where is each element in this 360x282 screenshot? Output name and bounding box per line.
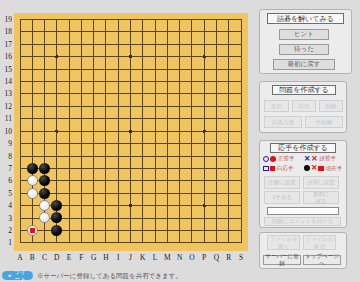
board-cell-H16[interactable]: [100, 50, 112, 62]
board-cell-I3[interactable]: [112, 212, 124, 224]
board-cell-S5[interactable]: [235, 187, 247, 199]
board-cell-B14[interactable]: [26, 75, 38, 87]
board-cell-N1[interactable]: [173, 237, 185, 249]
board-cell-H4[interactable]: [100, 199, 112, 211]
board-cell-M14[interactable]: [161, 75, 173, 87]
board-cell-H9[interactable]: [100, 137, 112, 149]
board-cell-J2[interactable]: [124, 224, 136, 236]
clear-all-button[interactable]: 全削除: [305, 116, 343, 128]
board-cell-A10[interactable]: [14, 125, 26, 137]
board-cell-C15[interactable]: [38, 63, 50, 75]
board-cell-N18[interactable]: [173, 26, 185, 38]
board-cell-J10[interactable]: [124, 125, 136, 137]
board-cell-D19[interactable]: [51, 13, 63, 25]
board-cell-N16[interactable]: [173, 50, 185, 62]
board-cell-O3[interactable]: [186, 212, 198, 224]
board-cell-P12[interactable]: [198, 100, 210, 112]
board-cell-M4[interactable]: [161, 199, 173, 211]
board-cell-A6[interactable]: [14, 174, 26, 186]
board-cell-G8[interactable]: [88, 150, 100, 162]
board-cell-G10[interactable]: [88, 125, 100, 137]
board-cell-S1[interactable]: [235, 237, 247, 249]
board-cell-O15[interactable]: [186, 63, 198, 75]
board-cell-C11[interactable]: [38, 112, 50, 124]
board-cell-I2[interactable]: [112, 224, 124, 236]
board-cell-F1[interactable]: [75, 237, 87, 249]
board-cell-I18[interactable]: [112, 26, 124, 38]
board-cell-S16[interactable]: [235, 50, 247, 62]
board-cell-E7[interactable]: [63, 162, 75, 174]
white-stone[interactable]: [27, 225, 38, 236]
board-cell-O4[interactable]: [186, 199, 198, 211]
board-cell-K17[interactable]: [137, 38, 149, 50]
board-cell-S11[interactable]: [235, 112, 247, 124]
board-cell-K13[interactable]: [137, 88, 149, 100]
board-cell-L18[interactable]: [149, 26, 161, 38]
board-cell-L7[interactable]: [149, 162, 161, 174]
board-cell-K16[interactable]: [137, 50, 149, 62]
board-cell-C6[interactable]: [38, 174, 50, 186]
board-cell-G2[interactable]: [88, 224, 100, 236]
board-cell-C7[interactable]: [38, 162, 50, 174]
board-cell-G17[interactable]: [88, 38, 100, 50]
response-section-title[interactable]: 応手を作成する: [270, 143, 336, 153]
board-cell-M18[interactable]: [161, 26, 173, 38]
board-cell-N14[interactable]: [173, 75, 185, 87]
white-stone[interactable]: [27, 175, 38, 186]
board-cell-C10[interactable]: [38, 125, 50, 137]
board-cell-E15[interactable]: [63, 63, 75, 75]
board-cell-R6[interactable]: [222, 174, 234, 186]
board-cell-D13[interactable]: [51, 88, 63, 100]
board-cell-L10[interactable]: [149, 125, 161, 137]
board-cell-N9[interactable]: [173, 137, 185, 149]
board-cell-E8[interactable]: [63, 150, 75, 162]
board-cell-O19[interactable]: [186, 13, 198, 25]
place-black-stone-button[interactable]: 黒石: [264, 100, 289, 112]
board-cell-B11[interactable]: [26, 112, 38, 124]
board-cell-K18[interactable]: [137, 26, 149, 38]
board-cell-J3[interactable]: [124, 212, 136, 224]
board-cell-H3[interactable]: [100, 212, 112, 224]
board-cell-E19[interactable]: [63, 13, 75, 25]
board-cell-L9[interactable]: [149, 137, 161, 149]
board-cell-F10[interactable]: [75, 125, 87, 137]
board-cell-J8[interactable]: [124, 150, 136, 162]
hint-button[interactable]: ヒント: [279, 29, 329, 40]
board-cell-S6[interactable]: [235, 174, 247, 186]
create-section-title[interactable]: 問題を作成する: [272, 85, 336, 95]
board-cell-I4[interactable]: [112, 199, 124, 211]
board-cell-D17[interactable]: [51, 38, 63, 50]
board-cell-P18[interactable]: [198, 26, 210, 38]
board-cell-N11[interactable]: [173, 112, 185, 124]
board-cell-H18[interactable]: [100, 26, 112, 38]
board-cell-K11[interactable]: [137, 112, 149, 124]
board-cell-B3[interactable]: [26, 212, 38, 224]
board-cell-R19[interactable]: [222, 13, 234, 25]
board-cell-Q17[interactable]: [210, 38, 222, 50]
board-cell-H19[interactable]: [100, 13, 112, 25]
board-cell-A3[interactable]: [14, 212, 26, 224]
board-cell-S13[interactable]: [235, 88, 247, 100]
board-cell-H2[interactable]: [100, 224, 112, 236]
board-cell-F6[interactable]: [75, 174, 87, 186]
board-cell-N15[interactable]: [173, 63, 185, 75]
tweet-button[interactable]: ツイート: [2, 271, 33, 280]
board-cell-E6[interactable]: [63, 174, 75, 186]
board-cell-G16[interactable]: [88, 50, 100, 62]
board-cell-C2[interactable]: [38, 224, 50, 236]
board-cell-N5[interactable]: [173, 187, 185, 199]
board-cell-S9[interactable]: [235, 137, 247, 149]
board-cell-Q8[interactable]: [210, 150, 222, 162]
board-cell-D2[interactable]: [51, 224, 63, 236]
board-cell-I10[interactable]: [112, 125, 124, 137]
board-cell-E1[interactable]: [63, 237, 75, 249]
board-cell-R15[interactable]: [222, 63, 234, 75]
board-cell-C3[interactable]: [38, 212, 50, 224]
board-cell-G14[interactable]: [88, 75, 100, 87]
board-cell-P17[interactable]: [198, 38, 210, 50]
board-cell-C17[interactable]: [38, 38, 50, 50]
board-cell-L19[interactable]: [149, 13, 161, 25]
board-cell-G15[interactable]: [88, 63, 100, 75]
board-cell-O2[interactable]: [186, 224, 198, 236]
board-cell-S10[interactable]: [235, 125, 247, 137]
board-cell-D5[interactable]: [51, 187, 63, 199]
board-cell-H1[interactable]: [100, 237, 112, 249]
board-cell-A19[interactable]: [14, 13, 26, 25]
back-to-start-button[interactable]: 最初に 戻る: [303, 191, 339, 204]
board-cell-M11[interactable]: [161, 112, 173, 124]
board-cell-B19[interactable]: [26, 13, 38, 25]
board-cell-G6[interactable]: [88, 174, 100, 186]
board-cell-R17[interactable]: [222, 38, 234, 50]
board-cell-R13[interactable]: [222, 88, 234, 100]
comment-input[interactable]: [267, 207, 339, 215]
board-cell-A11[interactable]: [14, 112, 26, 124]
board-cell-G13[interactable]: [88, 88, 100, 100]
board-cell-A16[interactable]: [14, 50, 26, 62]
back-one-move-button[interactable]: 1手戻る: [264, 191, 300, 204]
board-cell-S8[interactable]: [235, 150, 247, 162]
board-cell-Q18[interactable]: [210, 26, 222, 38]
board-cell-R1[interactable]: [222, 237, 234, 249]
board-cell-N7[interactable]: [173, 162, 185, 174]
board-cell-A7[interactable]: [14, 162, 26, 174]
board-cell-A2[interactable]: [14, 224, 26, 236]
board-cell-O8[interactable]: [186, 150, 198, 162]
board-cell-K12[interactable]: [137, 100, 149, 112]
board-cell-S17[interactable]: [235, 38, 247, 50]
board-cell-Q10[interactable]: [210, 125, 222, 137]
board-cell-G3[interactable]: [88, 212, 100, 224]
board-cell-H11[interactable]: [100, 112, 112, 124]
board-cell-J19[interactable]: [124, 13, 136, 25]
board-cell-Q7[interactable]: [210, 162, 222, 174]
board-cell-R14[interactable]: [222, 75, 234, 87]
board-cell-D7[interactable]: [51, 162, 63, 174]
board-cell-L13[interactable]: [149, 88, 161, 100]
board-cell-M16[interactable]: [161, 50, 173, 62]
board-cell-N2[interactable]: [173, 224, 185, 236]
board-cell-L15[interactable]: [149, 63, 161, 75]
board-cell-D14[interactable]: [51, 75, 63, 87]
board-cell-B1[interactable]: [26, 237, 38, 249]
board-cell-K10[interactable]: [137, 125, 149, 137]
board-cell-N6[interactable]: [173, 174, 185, 186]
board-cell-P4[interactable]: [198, 199, 210, 211]
board-cell-K2[interactable]: [137, 224, 149, 236]
board-cell-P5[interactable]: [198, 187, 210, 199]
board-cell-R11[interactable]: [222, 112, 234, 124]
board-cell-P16[interactable]: [198, 50, 210, 62]
board-cell-H12[interactable]: [100, 100, 112, 112]
board-cell-S18[interactable]: [235, 26, 247, 38]
board-cell-Q11[interactable]: [210, 112, 222, 124]
board-cell-O1[interactable]: [186, 237, 198, 249]
board-cell-D4[interactable]: [51, 199, 63, 211]
board-cell-L17[interactable]: [149, 38, 161, 50]
board-cell-S4[interactable]: [235, 199, 247, 211]
board-cell-N4[interactable]: [173, 199, 185, 211]
board-cell-K9[interactable]: [137, 137, 149, 149]
board-cell-F17[interactable]: [75, 38, 87, 50]
board-cell-P7[interactable]: [198, 162, 210, 174]
board-cell-J7[interactable]: [124, 162, 136, 174]
board-cell-N3[interactable]: [173, 212, 185, 224]
board-cell-A15[interactable]: [14, 63, 26, 75]
board-cell-F2[interactable]: [75, 224, 87, 236]
board-cell-B7[interactable]: [26, 162, 38, 174]
board-cell-B16[interactable]: [26, 50, 38, 62]
board-cell-E16[interactable]: [63, 50, 75, 62]
board-cell-J4[interactable]: [124, 199, 136, 211]
board-cell-O7[interactable]: [186, 162, 198, 174]
board-cell-H7[interactable]: [100, 162, 112, 174]
board-cell-M7[interactable]: [161, 162, 173, 174]
board-cell-Q16[interactable]: [210, 50, 222, 62]
board-cell-F14[interactable]: [75, 75, 87, 87]
board-cell-I12[interactable]: [112, 100, 124, 112]
board-cell-P9[interactable]: [198, 137, 210, 149]
board-cell-R5[interactable]: [222, 187, 234, 199]
board-cell-F15[interactable]: [75, 63, 87, 75]
board-cell-S19[interactable]: [235, 13, 247, 25]
board-cell-H15[interactable]: [100, 63, 112, 75]
board-cell-L8[interactable]: [149, 150, 161, 162]
board-cell-M13[interactable]: [161, 88, 173, 100]
board-cell-Q14[interactable]: [210, 75, 222, 87]
board-cell-O17[interactable]: [186, 38, 198, 50]
open-file-button[interactable]: ファイルを 開く: [267, 235, 300, 250]
black-stone[interactable]: [39, 175, 50, 186]
board-cell-P11[interactable]: [198, 112, 210, 124]
board-cell-N10[interactable]: [173, 125, 185, 137]
board-cell-F4[interactable]: [75, 199, 87, 211]
board-cell-J13[interactable]: [124, 88, 136, 100]
board-cell-I5[interactable]: [112, 187, 124, 199]
board-cell-A18[interactable]: [14, 26, 26, 38]
board-cell-E10[interactable]: [63, 125, 75, 137]
board-cell-O10[interactable]: [186, 125, 198, 137]
board-cell-N19[interactable]: [173, 13, 185, 25]
board-cell-F3[interactable]: [75, 212, 87, 224]
board-cell-F19[interactable]: [75, 13, 87, 25]
board-cell-K5[interactable]: [137, 187, 149, 199]
board-cell-Q15[interactable]: [210, 63, 222, 75]
board-cell-B2[interactable]: [26, 224, 38, 236]
board-cell-M3[interactable]: [161, 212, 173, 224]
board-cell-D3[interactable]: [51, 212, 63, 224]
board-cell-J12[interactable]: [124, 100, 136, 112]
board-cell-C9[interactable]: [38, 137, 50, 149]
black-stone[interactable]: [51, 225, 62, 236]
board-cell-J16[interactable]: [124, 50, 136, 62]
black-stone[interactable]: [39, 188, 50, 199]
board-cell-R2[interactable]: [222, 224, 234, 236]
board-cell-J18[interactable]: [124, 26, 136, 38]
board-cell-M8[interactable]: [161, 150, 173, 162]
board-cell-Q1[interactable]: [210, 237, 222, 249]
board-cell-C12[interactable]: [38, 100, 50, 112]
board-cell-E3[interactable]: [63, 212, 75, 224]
board-cell-B17[interactable]: [26, 38, 38, 50]
board-cell-O12[interactable]: [186, 100, 198, 112]
board-cell-F9[interactable]: [75, 137, 87, 149]
board-cell-S12[interactable]: [235, 100, 247, 112]
board-cell-F12[interactable]: [75, 100, 87, 112]
board-cell-S7[interactable]: [235, 162, 247, 174]
board-cell-F16[interactable]: [75, 50, 87, 62]
top-page-button[interactable]: トップページへ: [303, 255, 341, 265]
board-cell-P3[interactable]: [198, 212, 210, 224]
board-cell-L16[interactable]: [149, 50, 161, 62]
board-grid[interactable]: [14, 13, 247, 249]
board-cell-K3[interactable]: [137, 212, 149, 224]
board-cell-H8[interactable]: [100, 150, 112, 162]
board-cell-O9[interactable]: [186, 137, 198, 149]
board-cell-O16[interactable]: [186, 50, 198, 62]
board-cell-D9[interactable]: [51, 137, 63, 149]
board-cell-J5[interactable]: [124, 187, 136, 199]
set-correct-button[interactable]: 正解に設定: [264, 176, 300, 189]
board-cell-M10[interactable]: [161, 125, 173, 137]
board-cell-G12[interactable]: [88, 100, 100, 112]
board-cell-D1[interactable]: [51, 237, 63, 249]
board-cell-P14[interactable]: [198, 75, 210, 87]
board-cell-O14[interactable]: [186, 75, 198, 87]
board-cell-E13[interactable]: [63, 88, 75, 100]
board-cell-K6[interactable]: [137, 174, 149, 186]
board-cell-G9[interactable]: [88, 137, 100, 149]
board-cell-R8[interactable]: [222, 150, 234, 162]
board-cell-H17[interactable]: [100, 38, 112, 50]
board-cell-A17[interactable]: [14, 38, 26, 50]
board-cell-I13[interactable]: [112, 88, 124, 100]
board-cell-H14[interactable]: [100, 75, 112, 87]
board-cell-J17[interactable]: [124, 38, 136, 50]
board-cell-A1[interactable]: [14, 237, 26, 249]
board-cell-A14[interactable]: [14, 75, 26, 87]
board-cell-C19[interactable]: [38, 13, 50, 25]
board-cell-M15[interactable]: [161, 63, 173, 75]
board-cell-R9[interactable]: [222, 137, 234, 149]
board-cell-G18[interactable]: [88, 26, 100, 38]
board-cell-Q3[interactable]: [210, 212, 222, 224]
set-wrong-button[interactable]: 誤答に設定: [303, 176, 339, 189]
board-cell-P15[interactable]: [198, 63, 210, 75]
board-cell-R7[interactable]: [222, 162, 234, 174]
board-cell-L6[interactable]: [149, 174, 161, 186]
go-board[interactable]: [14, 13, 248, 251]
board-cell-F18[interactable]: [75, 26, 87, 38]
board-cell-O11[interactable]: [186, 112, 198, 124]
swap-colors-button[interactable]: 白黒入替: [264, 116, 302, 128]
board-cell-K7[interactable]: [137, 162, 149, 174]
board-cell-R18[interactable]: [222, 26, 234, 38]
board-cell-Q12[interactable]: [210, 100, 222, 112]
board-cell-O5[interactable]: [186, 187, 198, 199]
board-cell-J1[interactable]: [124, 237, 136, 249]
board-cell-A13[interactable]: [14, 88, 26, 100]
board-cell-E14[interactable]: [63, 75, 75, 87]
board-cell-M5[interactable]: [161, 187, 173, 199]
board-cell-O6[interactable]: [186, 174, 198, 186]
board-cell-I7[interactable]: [112, 162, 124, 174]
board-cell-H5[interactable]: [100, 187, 112, 199]
board-cell-I14[interactable]: [112, 75, 124, 87]
black-stone[interactable]: [51, 212, 62, 223]
board-cell-K1[interactable]: [137, 237, 149, 249]
board-cell-R12[interactable]: [222, 100, 234, 112]
board-cell-P2[interactable]: [198, 224, 210, 236]
reset-button[interactable]: 最初に戻す: [273, 59, 335, 70]
board-cell-G5[interactable]: [88, 187, 100, 199]
board-cell-E5[interactable]: [63, 187, 75, 199]
solve-section-title[interactable]: 詰碁を解いてみる: [267, 13, 344, 24]
board-cell-K15[interactable]: [137, 63, 149, 75]
board-cell-G7[interactable]: [88, 162, 100, 174]
board-cell-C1[interactable]: [38, 237, 50, 249]
board-cell-M12[interactable]: [161, 100, 173, 112]
board-cell-A5[interactable]: [14, 187, 26, 199]
board-cell-H13[interactable]: [100, 88, 112, 100]
board-cell-I17[interactable]: [112, 38, 124, 50]
white-stone[interactable]: [39, 212, 50, 223]
board-cell-D18[interactable]: [51, 26, 63, 38]
board-cell-P8[interactable]: [198, 150, 210, 162]
board-cell-L12[interactable]: [149, 100, 161, 112]
board-cell-M9[interactable]: [161, 137, 173, 149]
board-cell-K8[interactable]: [137, 150, 149, 162]
board-cell-P10[interactable]: [198, 125, 210, 137]
board-cell-H6[interactable]: [100, 174, 112, 186]
board-cell-L5[interactable]: [149, 187, 161, 199]
board-cell-S2[interactable]: [235, 224, 247, 236]
board-cell-B4[interactable]: [26, 199, 38, 211]
board-cell-M6[interactable]: [161, 174, 173, 186]
board-cell-O18[interactable]: [186, 26, 198, 38]
board-cell-J14[interactable]: [124, 75, 136, 87]
board-cell-P6[interactable]: [198, 174, 210, 186]
board-cell-K4[interactable]: [137, 199, 149, 211]
board-cell-Q9[interactable]: [210, 137, 222, 149]
board-cell-D12[interactable]: [51, 100, 63, 112]
board-cell-B5[interactable]: [26, 187, 38, 199]
board-cell-F11[interactable]: [75, 112, 87, 124]
